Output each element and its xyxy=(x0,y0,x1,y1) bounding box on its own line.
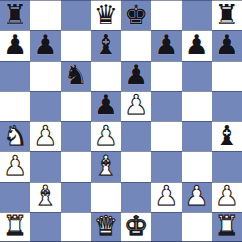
square-b7[interactable]: ♟ xyxy=(30,30,60,60)
piece-white-rook[interactable]: ♜ xyxy=(215,212,239,239)
square-b4[interactable]: ♟ xyxy=(30,121,60,151)
square-c7[interactable] xyxy=(61,30,91,60)
piece-white-pawn[interactable]: ♟ xyxy=(215,182,239,209)
square-e6[interactable]: ♟ xyxy=(121,61,151,91)
piece-white-knight[interactable]: ♞ xyxy=(3,122,27,149)
square-c8[interactable] xyxy=(61,0,91,30)
square-c2[interactable] xyxy=(61,182,91,212)
piece-black-pawn[interactable]: ♟ xyxy=(154,31,178,58)
square-h7[interactable]: ♟ xyxy=(212,30,242,60)
square-b3[interactable] xyxy=(30,151,60,181)
square-h5[interactable] xyxy=(212,91,242,121)
piece-black-pawn[interactable]: ♟ xyxy=(3,31,27,58)
piece-white-pawn[interactable]: ♟ xyxy=(3,152,27,179)
piece-white-pawn[interactable]: ♟ xyxy=(154,182,178,209)
piece-black-pawn[interactable]: ♟ xyxy=(215,31,239,58)
square-d4[interactable]: ♟ xyxy=(91,121,121,151)
square-f5[interactable] xyxy=(151,91,181,121)
piece-white-bishop[interactable]: ♝ xyxy=(33,182,57,209)
square-c4[interactable] xyxy=(61,121,91,151)
piece-black-pawn[interactable]: ♟ xyxy=(185,31,209,58)
square-g6[interactable] xyxy=(182,61,212,91)
square-h4[interactable]: ♝ xyxy=(212,121,242,151)
square-f2[interactable]: ♟ xyxy=(151,182,181,212)
square-e2[interactable] xyxy=(121,182,151,212)
square-d3[interactable]: ♝ xyxy=(91,151,121,181)
square-b1[interactable] xyxy=(30,212,60,242)
piece-black-pawn[interactable]: ♟ xyxy=(124,61,148,88)
square-c1[interactable] xyxy=(61,212,91,242)
piece-white-pawn[interactable]: ♟ xyxy=(124,91,148,118)
square-h8[interactable]: ♜ xyxy=(212,0,242,30)
square-e7[interactable] xyxy=(121,30,151,60)
piece-black-king[interactable]: ♚ xyxy=(124,1,148,28)
square-a1[interactable]: ♜ xyxy=(0,212,30,242)
piece-white-pawn[interactable]: ♟ xyxy=(33,122,57,149)
square-c5[interactable] xyxy=(61,91,91,121)
piece-black-rook[interactable]: ♜ xyxy=(215,1,239,28)
square-f1[interactable] xyxy=(151,212,181,242)
square-d2[interactable] xyxy=(91,182,121,212)
square-g4[interactable] xyxy=(182,121,212,151)
piece-black-bishop[interactable]: ♝ xyxy=(215,122,239,149)
square-f4[interactable] xyxy=(151,121,181,151)
square-d8[interactable]: ♛ xyxy=(91,0,121,30)
square-g8[interactable] xyxy=(182,0,212,30)
square-b5[interactable] xyxy=(30,91,60,121)
square-g3[interactable] xyxy=(182,151,212,181)
piece-black-knight[interactable]: ♞ xyxy=(64,61,88,88)
square-d6[interactable] xyxy=(91,61,121,91)
square-e1[interactable]: ♚ xyxy=(121,212,151,242)
square-d5[interactable]: ♟ xyxy=(91,91,121,121)
piece-white-pawn[interactable]: ♟ xyxy=(94,122,118,149)
square-b6[interactable] xyxy=(30,61,60,91)
chess-board: ♜♛♚♜♟♟♝♟♟♟♞♟♟♟♞♟♟♝♟♝♝♟♟♟♜♛♚♜ xyxy=(0,0,242,242)
square-c6[interactable]: ♞ xyxy=(61,61,91,91)
square-f3[interactable] xyxy=(151,151,181,181)
square-g5[interactable] xyxy=(182,91,212,121)
square-d1[interactable]: ♛ xyxy=(91,212,121,242)
square-a2[interactable] xyxy=(0,182,30,212)
piece-black-queen[interactable]: ♛ xyxy=(94,1,118,28)
piece-white-rook[interactable]: ♜ xyxy=(3,212,27,239)
square-e5[interactable]: ♟ xyxy=(121,91,151,121)
square-h1[interactable]: ♜ xyxy=(212,212,242,242)
square-c3[interactable] xyxy=(61,151,91,181)
square-e3[interactable] xyxy=(121,151,151,181)
square-h6[interactable] xyxy=(212,61,242,91)
piece-black-rook[interactable]: ♜ xyxy=(3,1,27,28)
square-g1[interactable] xyxy=(182,212,212,242)
square-f7[interactable]: ♟ xyxy=(151,30,181,60)
piece-black-bishop[interactable]: ♝ xyxy=(94,31,118,58)
square-h3[interactable] xyxy=(212,151,242,181)
square-a3[interactable]: ♟ xyxy=(0,151,30,181)
piece-black-pawn[interactable]: ♟ xyxy=(94,91,118,118)
square-f6[interactable] xyxy=(151,61,181,91)
square-g2[interactable]: ♟ xyxy=(182,182,212,212)
square-a6[interactable] xyxy=(0,61,30,91)
square-b2[interactable]: ♝ xyxy=(30,182,60,212)
square-e4[interactable] xyxy=(121,121,151,151)
square-a5[interactable] xyxy=(0,91,30,121)
square-g7[interactable]: ♟ xyxy=(182,30,212,60)
square-d7[interactable]: ♝ xyxy=(91,30,121,60)
square-f8[interactable] xyxy=(151,0,181,30)
square-a8[interactable]: ♜ xyxy=(0,0,30,30)
square-a7[interactable]: ♟ xyxy=(0,30,30,60)
piece-white-pawn[interactable]: ♟ xyxy=(185,182,209,209)
square-a4[interactable]: ♞ xyxy=(0,121,30,151)
piece-white-bishop[interactable]: ♝ xyxy=(94,152,118,179)
piece-white-king[interactable]: ♚ xyxy=(124,212,148,239)
piece-black-pawn[interactable]: ♟ xyxy=(33,31,57,58)
square-e8[interactable]: ♚ xyxy=(121,0,151,30)
square-b8[interactable] xyxy=(30,0,60,30)
piece-white-queen[interactable]: ♛ xyxy=(94,212,118,239)
square-h2[interactable]: ♟ xyxy=(212,182,242,212)
